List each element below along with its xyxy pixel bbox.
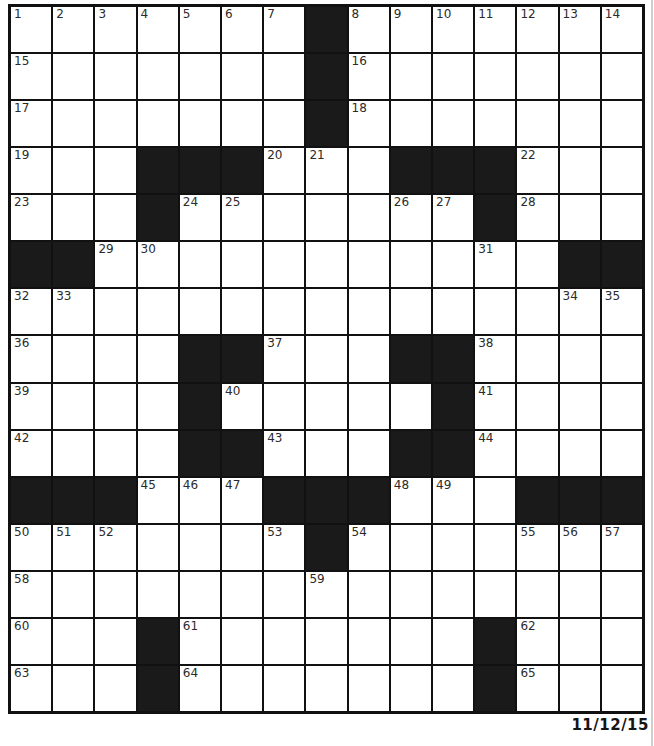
cell-r12c9[interactable]: 54 — [349, 525, 389, 570]
clue-number: 49 — [436, 479, 451, 493]
cell-r3c10[interactable] — [391, 101, 431, 146]
clue-number: 4 — [141, 8, 149, 22]
clue-number: 56 — [563, 526, 578, 540]
cell-r8c11 — [433, 336, 473, 381]
cell-r6c8[interactable] — [306, 242, 346, 287]
cell-r9c9[interactable] — [349, 384, 389, 429]
cell-r13c3[interactable] — [95, 572, 135, 617]
clue-number: 53 — [267, 526, 282, 540]
clue-number: 16 — [352, 55, 367, 69]
cell-r6c13[interactable] — [517, 242, 557, 287]
cell-r14c15[interactable] — [602, 619, 642, 664]
clue-number: 47 — [225, 479, 240, 493]
cell-r5c4 — [138, 195, 178, 240]
cell-r3c5[interactable] — [180, 101, 220, 146]
cell-r12c8 — [306, 525, 346, 570]
cell-r15c8[interactable] — [306, 666, 346, 711]
cell-r7c2[interactable]: 33 — [53, 289, 93, 334]
cell-r15c4 — [138, 666, 178, 711]
clue-number: 28 — [520, 196, 535, 210]
cell-r9c7[interactable] — [264, 384, 304, 429]
cell-r5c15[interactable] — [602, 195, 642, 240]
cell-r15c6[interactable] — [222, 666, 262, 711]
cell-r11c3 — [95, 478, 135, 523]
cell-r6c14 — [560, 242, 600, 287]
cell-r4c7[interactable]: 20 — [264, 148, 304, 193]
clue-number: 59 — [309, 573, 324, 587]
cell-r13c11[interactable] — [433, 572, 473, 617]
cell-r15c1[interactable]: 63 — [11, 666, 51, 711]
cell-r2c4[interactable] — [138, 54, 178, 99]
cell-r14c12 — [475, 619, 515, 664]
clue-number: 1 — [14, 8, 22, 22]
cell-r11c4[interactable]: 45 — [138, 478, 178, 523]
cell-r5c13[interactable]: 28 — [517, 195, 557, 240]
cell-r14c13[interactable]: 62 — [517, 619, 557, 664]
clue-number: 8 — [352, 8, 360, 22]
puzzle-date: 11/12/15 — [571, 716, 649, 734]
cell-r11c6[interactable]: 47 — [222, 478, 262, 523]
cell-r5c9[interactable] — [349, 195, 389, 240]
page-edge-line — [651, 0, 653, 746]
cell-r2c14[interactable] — [560, 54, 600, 99]
cell-r2c5[interactable] — [180, 54, 220, 99]
cell-r13c6[interactable] — [222, 572, 262, 617]
clue-number: 32 — [14, 290, 29, 304]
cell-r13c5[interactable] — [180, 572, 220, 617]
cell-r4c13[interactable]: 22 — [517, 148, 557, 193]
cell-r11c5[interactable]: 46 — [180, 478, 220, 523]
cell-r12c11[interactable] — [433, 525, 473, 570]
cell-r3c12[interactable] — [475, 101, 515, 146]
cell-r10c4[interactable] — [138, 431, 178, 476]
clue-number: 29 — [98, 243, 113, 257]
clue-number: 38 — [478, 337, 493, 351]
cell-r1c3[interactable]: 3 — [95, 7, 135, 52]
cell-r3c15[interactable] — [602, 101, 642, 146]
clue-number: 24 — [183, 196, 198, 210]
cell-r5c1[interactable]: 23 — [11, 195, 51, 240]
cell-r14c10[interactable] — [391, 619, 431, 664]
cell-r1c6[interactable]: 6 — [222, 7, 262, 52]
cell-r5c12 — [475, 195, 515, 240]
cell-r3c14[interactable] — [560, 101, 600, 146]
clue-number: 14 — [605, 8, 620, 22]
cell-r4c14[interactable] — [560, 148, 600, 193]
cell-r14c7[interactable] — [264, 619, 304, 664]
cell-r7c1[interactable]: 32 — [11, 289, 51, 334]
cell-r4c15[interactable] — [602, 148, 642, 193]
cell-r14c1[interactable]: 60 — [11, 619, 51, 664]
cell-r7c5[interactable] — [180, 289, 220, 334]
cell-r8c5 — [180, 336, 220, 381]
clue-number: 25 — [225, 196, 240, 210]
cell-r11c12[interactable] — [475, 478, 515, 523]
clue-number: 7 — [267, 8, 275, 22]
cell-r10c1[interactable]: 42 — [11, 431, 51, 476]
cell-r9c1[interactable]: 39 — [11, 384, 51, 429]
cell-r9c5 — [180, 384, 220, 429]
cell-r14c5[interactable]: 61 — [180, 619, 220, 664]
cell-r11c1 — [11, 478, 51, 523]
cell-r10c15[interactable] — [602, 431, 642, 476]
cell-r5c6[interactable]: 25 — [222, 195, 262, 240]
clue-number: 55 — [520, 526, 535, 540]
cell-r12c14[interactable]: 56 — [560, 525, 600, 570]
clue-number: 10 — [436, 8, 451, 22]
cell-r6c4[interactable]: 30 — [138, 242, 178, 287]
cell-r12c2[interactable]: 51 — [53, 525, 93, 570]
cell-r7c11[interactable] — [433, 289, 473, 334]
cell-r14c2[interactable] — [53, 619, 93, 664]
cell-r2c6[interactable] — [222, 54, 262, 99]
cell-r1c15[interactable]: 14 — [602, 7, 642, 52]
cell-r13c10[interactable] — [391, 572, 431, 617]
clue-number: 15 — [14, 55, 29, 69]
clue-number: 37 — [267, 337, 282, 351]
cell-r7c4[interactable] — [138, 289, 178, 334]
clue-number: 52 — [98, 526, 113, 540]
cell-r9c3[interactable] — [95, 384, 135, 429]
cell-r15c3[interactable] — [95, 666, 135, 711]
cell-r7c8[interactable] — [306, 289, 346, 334]
cell-r6c3[interactable]: 29 — [95, 242, 135, 287]
cell-r2c2[interactable] — [53, 54, 93, 99]
clue-number: 63 — [14, 667, 29, 681]
cell-r1c4[interactable]: 4 — [138, 7, 178, 52]
cell-r14c6[interactable] — [222, 619, 262, 664]
cell-r14c4 — [138, 619, 178, 664]
cell-r6c6[interactable] — [222, 242, 262, 287]
cell-r5c14[interactable] — [560, 195, 600, 240]
cell-r11c13 — [517, 478, 557, 523]
cell-r15c5[interactable]: 64 — [180, 666, 220, 711]
cell-r7c9[interactable] — [349, 289, 389, 334]
cell-r1c1[interactable]: 1 — [11, 7, 51, 52]
cell-r11c11[interactable]: 49 — [433, 478, 473, 523]
cell-r2c3[interactable] — [95, 54, 135, 99]
cell-r13c7[interactable] — [264, 572, 304, 617]
cell-r5c10[interactable]: 26 — [391, 195, 431, 240]
cell-r12c5[interactable] — [180, 525, 220, 570]
cell-r10c11 — [433, 431, 473, 476]
cell-r11c8 — [306, 478, 346, 523]
cell-r2c15[interactable] — [602, 54, 642, 99]
cell-r4c10 — [391, 148, 431, 193]
clue-number: 30 — [141, 243, 156, 257]
cell-r8c2[interactable] — [53, 336, 93, 381]
cell-r8c3[interactable] — [95, 336, 135, 381]
cell-r10c9[interactable] — [349, 431, 389, 476]
clue-number: 46 — [183, 479, 198, 493]
cell-r15c2[interactable] — [53, 666, 93, 711]
cell-r10c10 — [391, 431, 431, 476]
clue-number: 33 — [56, 290, 71, 304]
clue-number: 18 — [352, 102, 367, 116]
cell-r10c8[interactable] — [306, 431, 346, 476]
cell-r5c8[interactable] — [306, 195, 346, 240]
cell-r6c1 — [11, 242, 51, 287]
clue-number: 34 — [563, 290, 578, 304]
cell-r4c1[interactable]: 19 — [11, 148, 51, 193]
cell-r8c15[interactable] — [602, 336, 642, 381]
clue-number: 11 — [478, 8, 493, 22]
cell-r4c2[interactable] — [53, 148, 93, 193]
cell-r1c10[interactable]: 9 — [391, 7, 431, 52]
cell-r6c12[interactable]: 31 — [475, 242, 515, 287]
cell-r8c1[interactable]: 36 — [11, 336, 51, 381]
cell-r3c1[interactable]: 17 — [11, 101, 51, 146]
cell-r8c7[interactable]: 37 — [264, 336, 304, 381]
cell-r15c15[interactable] — [602, 666, 642, 711]
cell-r1c8 — [306, 7, 346, 52]
cell-r8c10 — [391, 336, 431, 381]
cell-r8c14[interactable] — [560, 336, 600, 381]
clue-number: 45 — [141, 479, 156, 493]
cell-r5c7[interactable] — [264, 195, 304, 240]
cell-r12c7[interactable]: 53 — [264, 525, 304, 570]
cell-r15c10[interactable] — [391, 666, 431, 711]
clue-number: 43 — [267, 432, 282, 446]
cell-r7c14[interactable]: 34 — [560, 289, 600, 334]
cell-r9c13[interactable] — [517, 384, 557, 429]
clue-number: 31 — [478, 243, 493, 257]
cell-r9c10[interactable] — [391, 384, 431, 429]
crossword-grid: 1234567891011121314151617181920212223242… — [8, 4, 645, 714]
cell-r2c10[interactable] — [391, 54, 431, 99]
cell-r2c8 — [306, 54, 346, 99]
cell-r6c7[interactable] — [264, 242, 304, 287]
cell-r3c2[interactable] — [53, 101, 93, 146]
cell-r5c11[interactable]: 27 — [433, 195, 473, 240]
clue-number: 20 — [267, 149, 282, 163]
cell-r10c6 — [222, 431, 262, 476]
cell-r4c4 — [138, 148, 178, 193]
cell-r1c12[interactable]: 11 — [475, 7, 515, 52]
clue-number: 39 — [14, 385, 29, 399]
clue-number: 42 — [14, 432, 29, 446]
cell-r13c8[interactable]: 59 — [306, 572, 346, 617]
clue-number: 12 — [520, 8, 535, 22]
cell-r9c6[interactable]: 40 — [222, 384, 262, 429]
cell-r4c12 — [475, 148, 515, 193]
cell-r6c5[interactable] — [180, 242, 220, 287]
cell-r6c10[interactable] — [391, 242, 431, 287]
cell-r4c3[interactable] — [95, 148, 135, 193]
cell-r1c14[interactable]: 13 — [560, 7, 600, 52]
cell-r11c7 — [264, 478, 304, 523]
clue-number: 65 — [520, 667, 535, 681]
cell-r9c15[interactable] — [602, 384, 642, 429]
cell-r10c13[interactable] — [517, 431, 557, 476]
cell-r2c12[interactable] — [475, 54, 515, 99]
cell-r12c12[interactable] — [475, 525, 515, 570]
clue-number: 26 — [394, 196, 409, 210]
cell-r4c6 — [222, 148, 262, 193]
cell-r14c14[interactable] — [560, 619, 600, 664]
cell-r12c1[interactable]: 50 — [11, 525, 51, 570]
clue-number: 51 — [56, 526, 71, 540]
clue-number: 19 — [14, 149, 29, 163]
cell-r9c12[interactable]: 41 — [475, 384, 515, 429]
cell-r12c13[interactable]: 55 — [517, 525, 557, 570]
clue-number: 50 — [14, 526, 29, 540]
cell-r1c5[interactable]: 5 — [180, 7, 220, 52]
cell-r10c12[interactable]: 44 — [475, 431, 515, 476]
clue-number: 13 — [563, 8, 578, 22]
clue-number: 57 — [605, 526, 620, 540]
cell-r3c11[interactable] — [433, 101, 473, 146]
clue-number: 2 — [56, 8, 64, 22]
cell-r3c8 — [306, 101, 346, 146]
cell-r15c12 — [475, 666, 515, 711]
clue-number: 5 — [183, 8, 191, 22]
cell-r11c10[interactable]: 48 — [391, 478, 431, 523]
cell-r13c2[interactable] — [53, 572, 93, 617]
cell-r14c11[interactable] — [433, 619, 473, 664]
cell-r15c13[interactable]: 65 — [517, 666, 557, 711]
clue-number: 6 — [225, 8, 233, 22]
cell-r3c9[interactable]: 18 — [349, 101, 389, 146]
cell-r8c9[interactable] — [349, 336, 389, 381]
cell-r10c2[interactable] — [53, 431, 93, 476]
cell-r4c11 — [433, 148, 473, 193]
clue-number: 22 — [520, 149, 535, 163]
clue-number: 54 — [352, 526, 367, 540]
cell-r12c10[interactable] — [391, 525, 431, 570]
cell-r2c11[interactable] — [433, 54, 473, 99]
cell-r2c9[interactable]: 16 — [349, 54, 389, 99]
clue-number: 64 — [183, 667, 198, 681]
cell-r4c9[interactable] — [349, 148, 389, 193]
cell-r15c14[interactable] — [560, 666, 600, 711]
clue-number: 27 — [436, 196, 451, 210]
cell-r4c8[interactable]: 21 — [306, 148, 346, 193]
clue-number: 35 — [605, 290, 620, 304]
clue-number: 3 — [98, 8, 106, 22]
cell-r8c4[interactable] — [138, 336, 178, 381]
cell-r10c7[interactable]: 43 — [264, 431, 304, 476]
cell-r12c4[interactable] — [138, 525, 178, 570]
cell-r7c12[interactable] — [475, 289, 515, 334]
clue-number: 58 — [14, 573, 29, 587]
cell-r15c11[interactable] — [433, 666, 473, 711]
cell-r3c13[interactable] — [517, 101, 557, 146]
cell-r9c14[interactable] — [560, 384, 600, 429]
cell-r6c11[interactable] — [433, 242, 473, 287]
clue-number: 44 — [478, 432, 493, 446]
cell-r8c12[interactable]: 38 — [475, 336, 515, 381]
crossword-page: 1234567891011121314151617181920212223242… — [0, 0, 654, 746]
cell-r14c8[interactable] — [306, 619, 346, 664]
cell-r7c3[interactable] — [95, 289, 135, 334]
clue-number: 61 — [183, 620, 198, 634]
cell-r10c14[interactable] — [560, 431, 600, 476]
cell-r6c9[interactable] — [349, 242, 389, 287]
cell-r3c7[interactable] — [264, 101, 304, 146]
cell-r8c6 — [222, 336, 262, 381]
cell-r5c5[interactable]: 24 — [180, 195, 220, 240]
cell-r13c9[interactable] — [349, 572, 389, 617]
cell-r13c4[interactable] — [138, 572, 178, 617]
cell-r6c15 — [602, 242, 642, 287]
cell-r7c7[interactable] — [264, 289, 304, 334]
cell-r7c13[interactable] — [517, 289, 557, 334]
cell-r9c11 — [433, 384, 473, 429]
cell-r9c2[interactable] — [53, 384, 93, 429]
cell-r11c15 — [602, 478, 642, 523]
cell-r12c6[interactable] — [222, 525, 262, 570]
cell-r8c13[interactable] — [517, 336, 557, 381]
cell-r11c9 — [349, 478, 389, 523]
cell-r3c3[interactable] — [95, 101, 135, 146]
clue-number: 21 — [309, 149, 324, 163]
cell-r7c10[interactable] — [391, 289, 431, 334]
cell-r1c13[interactable]: 12 — [517, 7, 557, 52]
cell-r14c9[interactable] — [349, 619, 389, 664]
cell-r2c7[interactable] — [264, 54, 304, 99]
cell-r7c15[interactable]: 35 — [602, 289, 642, 334]
cell-r13c15[interactable] — [602, 572, 642, 617]
cell-r4c5 — [180, 148, 220, 193]
clue-number: 9 — [394, 8, 402, 22]
cell-r13c12[interactable] — [475, 572, 515, 617]
cell-r2c13[interactable] — [517, 54, 557, 99]
cell-r1c9[interactable]: 8 — [349, 7, 389, 52]
cell-r1c2[interactable]: 2 — [53, 7, 93, 52]
cell-r12c3[interactable]: 52 — [95, 525, 135, 570]
cell-r12c15[interactable]: 57 — [602, 525, 642, 570]
cell-r3c6[interactable] — [222, 101, 262, 146]
clue-number: 40 — [225, 385, 240, 399]
cell-r8c8[interactable] — [306, 336, 346, 381]
cell-r15c9[interactable] — [349, 666, 389, 711]
cell-r5c2[interactable] — [53, 195, 93, 240]
cell-r7c6[interactable] — [222, 289, 262, 334]
clue-number: 60 — [14, 620, 29, 634]
cell-r1c11[interactable]: 10 — [433, 7, 473, 52]
cell-r9c8[interactable] — [306, 384, 346, 429]
cell-r6c2 — [53, 242, 93, 287]
cell-r3c4[interactable] — [138, 101, 178, 146]
cell-r15c7[interactable] — [264, 666, 304, 711]
clue-number: 62 — [520, 620, 535, 634]
clue-number: 48 — [394, 479, 409, 493]
clue-number: 36 — [14, 337, 29, 351]
clue-number: 23 — [14, 196, 29, 210]
clue-number: 41 — [478, 385, 493, 399]
clue-number: 17 — [14, 102, 29, 116]
cell-r2c1[interactable]: 15 — [11, 54, 51, 99]
cell-r5c3[interactable] — [95, 195, 135, 240]
cell-r11c14 — [560, 478, 600, 523]
cell-r14c3[interactable] — [95, 619, 135, 664]
cell-r13c14[interactable] — [560, 572, 600, 617]
cell-r1c7[interactable]: 7 — [264, 7, 304, 52]
cell-r13c1[interactable]: 58 — [11, 572, 51, 617]
cell-r13c13[interactable] — [517, 572, 557, 617]
cell-r10c5 — [180, 431, 220, 476]
cell-r10c3[interactable] — [95, 431, 135, 476]
cell-r9c4[interactable] — [138, 384, 178, 429]
cell-r11c2 — [53, 478, 93, 523]
